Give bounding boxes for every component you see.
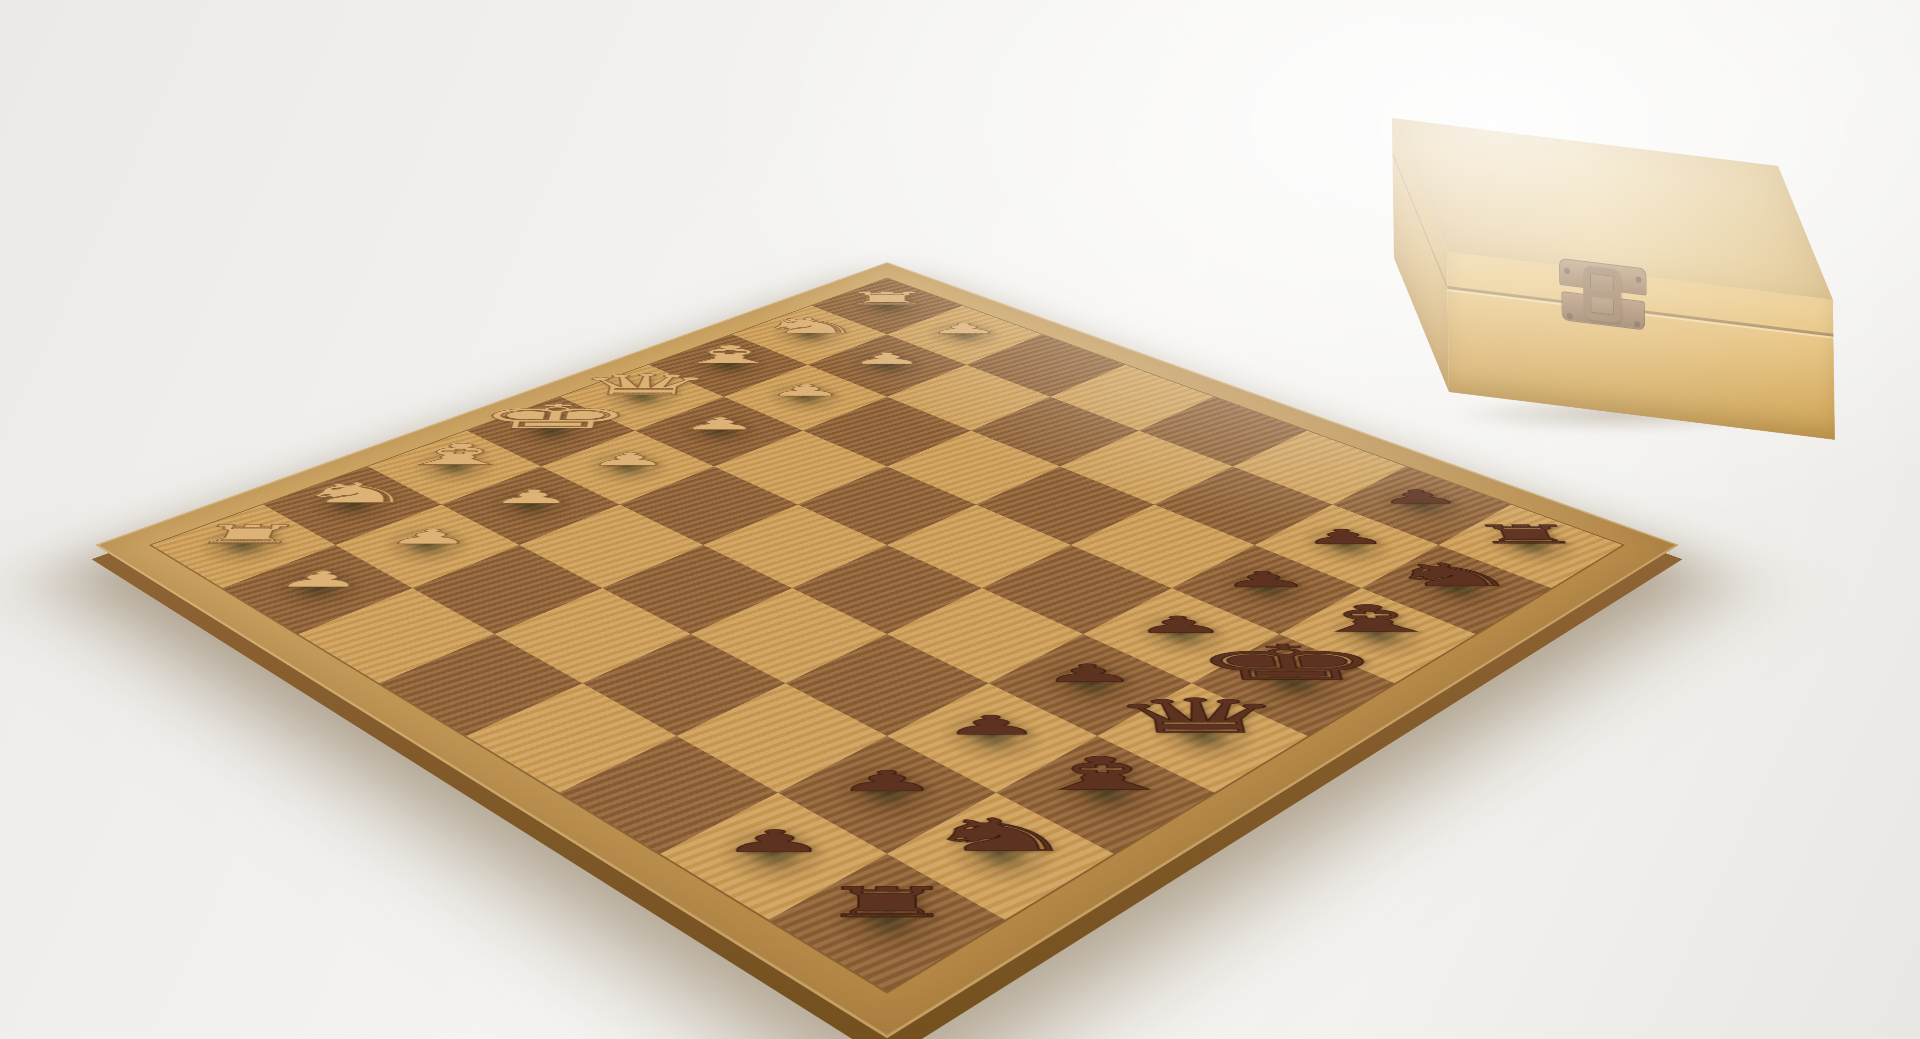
square-b6[interactable]	[677, 683, 887, 792]
square-f8[interactable]: ♝	[1279, 588, 1475, 683]
square-e1[interactable]: ♛	[560, 365, 723, 431]
box-lid-seam-left	[1392, 152, 1447, 289]
square-g5[interactable]	[1060, 431, 1233, 505]
square-f2[interactable]: ♟	[724, 365, 887, 431]
white-pawn[interactable]: ♟	[270, 569, 371, 591]
square-d3[interactable]	[620, 466, 798, 545]
square-b4[interactable]	[495, 588, 691, 683]
square-c4[interactable]	[602, 545, 792, 634]
square-g1[interactable]: ♞	[732, 306, 887, 365]
square-f3[interactable]	[803, 397, 971, 467]
box-lid-seam	[1447, 286, 1833, 337]
square-g7[interactable]: ♟	[1255, 505, 1439, 589]
white-pawn[interactable]: ♟	[585, 450, 673, 468]
square-d5[interactable]	[792, 545, 982, 634]
square-g8[interactable]: ♞	[1362, 545, 1552, 634]
square-h8[interactable]: ♜	[1439, 505, 1623, 589]
square-a1[interactable]: ♜	[152, 505, 336, 589]
square-a7[interactable]: ♟	[660, 793, 887, 920]
white-rook[interactable]: ♜	[841, 290, 934, 307]
square-h2[interactable]: ♟	[887, 306, 1042, 365]
latch-hasp	[1583, 265, 1621, 324]
white-pawn[interactable]: ♟	[678, 415, 762, 432]
box-left-side	[1392, 118, 1449, 392]
square-d4[interactable]	[703, 505, 887, 589]
latch-screw	[1564, 268, 1570, 275]
white-rook[interactable]: ♜	[186, 522, 310, 548]
square-b5[interactable]	[582, 634, 785, 736]
white-knight[interactable]: ♞	[754, 315, 866, 336]
square-e6[interactable]	[982, 545, 1172, 634]
white-pawn[interactable]: ♟	[765, 382, 845, 398]
square-c8[interactable]: ♝	[996, 736, 1214, 854]
black-pawn[interactable]: ♟	[718, 826, 830, 857]
black-rook[interactable]: ♜	[814, 882, 959, 924]
square-b7[interactable]: ♟	[778, 736, 996, 854]
square-e2[interactable]: ♟	[635, 397, 803, 467]
square-c5[interactable]	[691, 588, 887, 683]
square-c6[interactable]	[785, 634, 988, 736]
black-knight[interactable]: ♞	[918, 812, 1083, 857]
square-h1[interactable]: ♜	[812, 278, 963, 334]
square-d8[interactable]: ♛	[1097, 683, 1307, 792]
square-a3[interactable]	[298, 588, 494, 683]
board-squares: ♜♟♟♜♞♟♟♞♝♟♟♝♛♟♟♚♚♟♟♛♝♟♟♝♞♟♟♞♜♟♟♜	[152, 278, 1623, 991]
square-a4[interactable]	[379, 634, 582, 736]
black-queen[interactable]: ♛	[1103, 692, 1297, 740]
black-pawn[interactable]: ♟	[1130, 613, 1230, 636]
latch-bottom-plate	[1561, 291, 1645, 330]
square-d2[interactable]: ♟	[541, 431, 714, 505]
latch-top-plate	[1559, 258, 1647, 296]
latch-hasp-bar	[1587, 287, 1617, 300]
square-e3[interactable]	[714, 431, 887, 505]
square-d7[interactable]: ♟	[989, 634, 1192, 736]
square-f4[interactable]	[887, 431, 1060, 505]
white-knight[interactable]: ♞	[287, 479, 426, 507]
wooden-box	[0, 0, 1920, 1039]
white-queen[interactable]: ♛	[569, 370, 718, 399]
square-c2[interactable]: ♟	[441, 466, 619, 545]
chess-board: ♜♟♟♜♞♟♟♞♝♟♟♝♛♟♟♚♚♟♟♛♝♟♟♝♞♟♟♞♜♟♟♜	[95, 262, 1679, 1038]
square-b3[interactable]	[412, 545, 602, 634]
square-f5[interactable]	[976, 466, 1154, 545]
brass-latch-icon[interactable]	[1559, 258, 1647, 333]
square-e8[interactable]: ♚	[1192, 634, 1395, 736]
square-e4[interactable]	[798, 466, 976, 545]
square-d6[interactable]	[887, 588, 1083, 683]
board-plane: ♜♟♟♜♞♟♟♞♝♟♟♝♛♟♟♚♚♟♟♛♝♟♟♝♞♟♟♞♜♟♟♜	[95, 262, 1679, 1038]
latch-screw	[1635, 276, 1641, 283]
square-a8[interactable]: ♜	[769, 854, 1005, 992]
white-pawn[interactable]: ♟	[926, 321, 1002, 335]
photo-backdrop: ♜♟♟♜♞♟♟♞♝♟♟♝♛♟♟♚♚♟♟♛♝♟♟♝♞♟♟♞♜♟♟♜	[0, 0, 1920, 1039]
square-b2[interactable]: ♟	[335, 505, 519, 589]
black-pawn[interactable]: ♟	[1296, 527, 1392, 547]
white-pawn[interactable]: ♟	[848, 351, 926, 366]
square-h5[interactable]	[1139, 397, 1307, 467]
square-f1[interactable]: ♝	[649, 334, 808, 396]
black-rook[interactable]: ♜	[1464, 522, 1588, 548]
white-bishop[interactable]: ♝	[665, 342, 793, 366]
square-f7[interactable]: ♟	[1172, 545, 1362, 634]
latch-screw	[1567, 313, 1573, 320]
square-h3[interactable]	[966, 334, 1125, 396]
box-lid-top	[1392, 118, 1834, 303]
square-g6[interactable]	[1154, 466, 1332, 545]
square-g3[interactable]	[887, 365, 1050, 431]
square-g2[interactable]: ♟	[808, 334, 967, 396]
square-g4[interactable]	[971, 397, 1139, 467]
board-scene: ♜♟♟♜♞♟♟♞♝♟♟♝♛♟♟♚♚♟♟♛♝♟♟♝♞♟♟♞♜♟♟♜	[327, 0, 1447, 1039]
black-bishop[interactable]: ♝	[1290, 600, 1456, 637]
white-king[interactable]: ♚	[468, 400, 639, 434]
square-f6[interactable]	[1071, 505, 1255, 589]
square-e5[interactable]	[887, 505, 1071, 589]
board-edge	[92, 272, 1683, 1039]
black-pawn[interactable]: ♟	[834, 767, 941, 796]
square-e7[interactable]: ♟	[1083, 588, 1279, 683]
square-a2[interactable]: ♟	[223, 545, 413, 634]
white-bishop[interactable]: ♝	[385, 440, 530, 469]
square-h6[interactable]	[1233, 431, 1406, 505]
box-front-side	[1447, 252, 1835, 440]
latch-screw	[1634, 321, 1640, 328]
square-c3[interactable]	[519, 505, 703, 589]
square-h7[interactable]: ♟	[1333, 466, 1511, 545]
square-c1[interactable]: ♝	[368, 431, 541, 505]
black-knight[interactable]: ♞	[1377, 559, 1526, 591]
square-c7[interactable]: ♟	[887, 683, 1097, 792]
white-pawn[interactable]: ♟	[486, 487, 578, 506]
square-b1[interactable]: ♞	[263, 466, 441, 545]
square-a6[interactable]	[560, 736, 778, 854]
black-bishop[interactable]: ♝	[1016, 751, 1193, 797]
square-a5[interactable]	[466, 683, 676, 792]
black-pawn[interactable]: ♟	[1372, 487, 1466, 506]
black-pawn[interactable]: ♟	[940, 712, 1044, 739]
box-shadow	[1382, 388, 1848, 440]
square-b8[interactable]: ♞	[887, 793, 1114, 920]
black-pawn[interactable]: ♟	[1216, 569, 1314, 591]
square-h4[interactable]	[1050, 365, 1213, 431]
square-d1[interactable]: ♚	[467, 397, 635, 467]
black-king[interactable]: ♚	[1185, 638, 1394, 687]
white-pawn[interactable]: ♟	[382, 527, 478, 547]
black-pawn[interactable]: ♟	[1038, 661, 1140, 686]
